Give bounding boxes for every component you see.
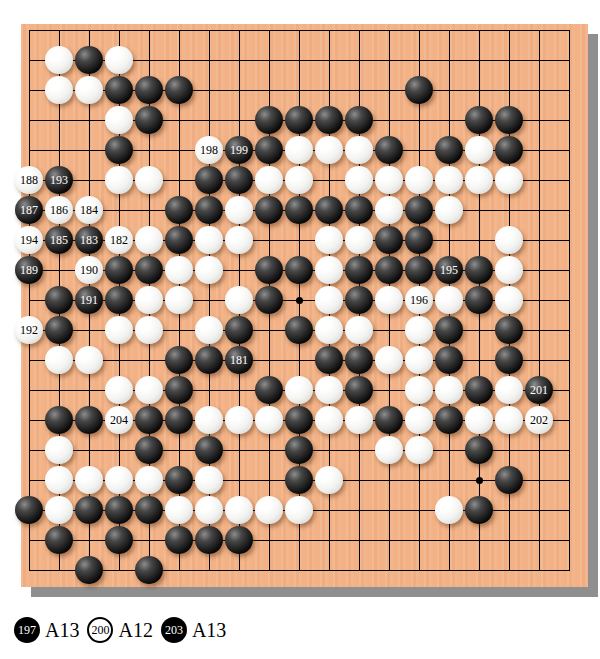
board-grid: 1981991881931871861841941851831821891901… <box>29 30 570 571</box>
stone-white <box>495 256 523 284</box>
stone-black <box>375 136 403 164</box>
stone-black <box>285 196 313 224</box>
move-caption: 197A13200A12203A13 <box>14 615 229 645</box>
stone-black <box>285 406 313 434</box>
caption-coordinate: A12 <box>118 619 155 642</box>
stone-black <box>135 436 163 464</box>
stone-white <box>375 346 403 374</box>
stone-black <box>315 106 343 134</box>
stone-black <box>165 76 193 104</box>
stone-black <box>345 256 373 284</box>
stone-black <box>465 286 493 314</box>
stone-white <box>45 436 73 464</box>
stone-white <box>495 286 523 314</box>
stone-white <box>405 406 433 434</box>
stone-white: 194 <box>15 226 43 254</box>
stone-black <box>285 466 313 494</box>
stone-white: 202 <box>525 406 553 434</box>
stone-black: 195 <box>435 256 463 284</box>
stone-black <box>165 196 193 224</box>
stone-white: 186 <box>45 196 73 224</box>
stone-white <box>165 256 193 284</box>
stone-black: 199 <box>225 136 253 164</box>
stone-black: 185 <box>45 226 73 254</box>
stone-white: 190 <box>75 256 103 284</box>
stone-white <box>165 496 193 524</box>
stone-white <box>315 316 343 344</box>
stone-white <box>195 226 223 254</box>
stone-black <box>405 226 433 254</box>
stone-white <box>495 166 523 194</box>
stone-black <box>375 256 403 284</box>
stone-white <box>105 466 133 494</box>
stone-white <box>195 256 223 284</box>
caption-stone-white-icon: 200 <box>87 617 113 643</box>
stone-white <box>345 136 373 164</box>
stone-black <box>465 106 493 134</box>
stone-black <box>165 346 193 374</box>
stone-black <box>255 136 283 164</box>
move-number: 194 <box>20 234 38 246</box>
caption-stone-black-icon: 197 <box>14 617 40 643</box>
stone-white <box>45 496 73 524</box>
stone-white <box>75 76 103 104</box>
stone-black <box>465 436 493 464</box>
stone-white <box>135 376 163 404</box>
stone-white <box>405 436 433 464</box>
stone-white: 182 <box>105 226 133 254</box>
stone-white <box>255 406 283 434</box>
stone-black <box>375 226 403 254</box>
stone-white <box>315 376 343 404</box>
stone-white <box>495 406 523 434</box>
move-number: 187 <box>20 204 38 216</box>
stone-black <box>405 76 433 104</box>
stone-white <box>135 226 163 254</box>
stone-white <box>195 406 223 434</box>
stone-black: 187 <box>15 196 43 224</box>
move-number: 198 <box>200 144 218 156</box>
stone-white <box>225 286 253 314</box>
stone-black <box>345 346 373 374</box>
stone-black <box>195 196 223 224</box>
move-number: 186 <box>50 204 68 216</box>
stone-white <box>135 466 163 494</box>
go-board[interactable]: 1981991881931871861841941851831821891901… <box>21 24 588 587</box>
stone-black: 191 <box>75 286 103 314</box>
stone-black <box>135 496 163 524</box>
stone-white <box>75 466 103 494</box>
stone-black <box>345 196 373 224</box>
stone-black <box>405 196 433 224</box>
stone-black <box>75 406 103 434</box>
stone-white: 204 <box>105 406 133 434</box>
stone-black <box>165 466 193 494</box>
stone-black <box>315 346 343 374</box>
stone-black <box>315 196 343 224</box>
stone-white <box>435 196 463 224</box>
stone-black <box>195 346 223 374</box>
move-number: 190 <box>80 264 98 276</box>
stone-white <box>105 376 133 404</box>
stone-black <box>225 526 253 554</box>
stone-white <box>225 196 253 224</box>
hoshi-point <box>296 297 303 304</box>
stone-black <box>345 106 373 134</box>
stone-black <box>105 496 133 524</box>
stone-black <box>225 316 253 344</box>
move-number: 191 <box>80 294 98 306</box>
caption-coordinate: A13 <box>45 619 82 642</box>
move-number: 184 <box>80 204 98 216</box>
stone-black <box>435 316 463 344</box>
stone-white <box>255 166 283 194</box>
stone-black <box>255 376 283 404</box>
stone-black: 189 <box>15 256 43 284</box>
stone-black <box>435 346 463 374</box>
stone-white: 188 <box>15 166 43 194</box>
stone-white: 198 <box>195 136 223 164</box>
move-number: 195 <box>440 264 458 276</box>
stone-black <box>495 466 523 494</box>
stone-white: 184 <box>75 196 103 224</box>
stone-white <box>405 376 433 404</box>
stone-white <box>345 406 373 434</box>
move-number: 204 <box>110 414 128 426</box>
stone-white <box>315 256 343 284</box>
stone-black <box>135 256 163 284</box>
stone-black <box>165 376 193 404</box>
stone-black <box>465 376 493 404</box>
stone-white <box>495 376 523 404</box>
move-number: 202 <box>530 414 548 426</box>
stone-black <box>45 286 73 314</box>
stone-black <box>135 106 163 134</box>
stone-white <box>75 346 103 374</box>
stone-black <box>75 46 103 74</box>
stone-white <box>465 136 493 164</box>
stone-black <box>105 256 133 284</box>
stone-black <box>225 166 253 194</box>
stone-black <box>255 196 283 224</box>
stone-black <box>255 106 283 134</box>
move-number: 192 <box>20 324 38 336</box>
stone-white <box>105 316 133 344</box>
move-number: 193 <box>50 174 68 186</box>
move-number: 182 <box>110 234 128 246</box>
stone-white <box>375 286 403 314</box>
stone-white <box>165 286 193 314</box>
stone-black <box>285 256 313 284</box>
caption-coordinate: A13 <box>192 619 229 642</box>
stone-white <box>135 166 163 194</box>
stone-black <box>135 406 163 434</box>
stone-black <box>15 496 43 524</box>
stone-black <box>165 526 193 554</box>
stone-black <box>75 496 103 524</box>
stone-white <box>345 316 373 344</box>
stone-white <box>225 406 253 434</box>
stone-black <box>465 496 493 524</box>
stone-black <box>195 436 223 464</box>
stone-white <box>345 166 373 194</box>
stone-black <box>105 136 133 164</box>
stone-white <box>225 226 253 254</box>
stone-black <box>75 556 103 584</box>
stone-black <box>135 556 163 584</box>
stone-black: 193 <box>45 166 73 194</box>
move-number: 181 <box>230 354 248 366</box>
move-number: 183 <box>80 234 98 246</box>
stone-white <box>285 166 313 194</box>
stone-black <box>495 316 523 344</box>
stone-black <box>165 226 193 254</box>
stone-white <box>135 286 163 314</box>
stone-white <box>45 466 73 494</box>
stone-white <box>495 226 523 254</box>
stone-white: 192 <box>15 316 43 344</box>
stone-white <box>435 166 463 194</box>
stone-black <box>45 406 73 434</box>
stone-black <box>465 256 493 284</box>
stone-white <box>315 136 343 164</box>
stone-black <box>105 76 133 104</box>
stone-black <box>495 346 523 374</box>
stone-white <box>315 466 343 494</box>
stone-black <box>405 256 433 284</box>
stone-black <box>45 526 73 554</box>
stone-black <box>285 436 313 464</box>
stone-white <box>285 376 313 404</box>
stone-white <box>45 346 73 374</box>
stone-black <box>105 286 133 314</box>
stone-black <box>375 406 403 434</box>
stone-white <box>105 106 133 134</box>
caption-stone-black-icon: 203 <box>161 617 187 643</box>
stone-white <box>315 406 343 434</box>
stone-white <box>105 166 133 194</box>
stone-white <box>375 166 403 194</box>
stone-white <box>435 496 463 524</box>
stone-white <box>375 196 403 224</box>
move-number: 196 <box>410 294 428 306</box>
stone-white <box>195 466 223 494</box>
move-number: 189 <box>20 264 38 276</box>
hoshi-point <box>476 477 483 484</box>
stone-black <box>135 76 163 104</box>
stone-white <box>315 226 343 254</box>
stone-black <box>495 106 523 134</box>
stone-white <box>435 376 463 404</box>
stone-black: 181 <box>225 346 253 374</box>
stone-white <box>375 436 403 464</box>
stone-black: 183 <box>75 226 103 254</box>
stone-white <box>195 496 223 524</box>
stone-black <box>255 256 283 284</box>
stone-black <box>165 406 193 434</box>
stone-white <box>285 496 313 524</box>
stone-white <box>45 46 73 74</box>
stone-white <box>435 286 463 314</box>
move-number: 185 <box>50 234 68 246</box>
stone-white <box>405 346 433 374</box>
stone-white <box>465 166 493 194</box>
stone-black <box>495 136 523 164</box>
stone-black <box>435 136 463 164</box>
stone-black <box>345 286 373 314</box>
stone-black <box>45 316 73 344</box>
stone-white <box>225 496 253 524</box>
stone-white <box>405 316 433 344</box>
stone-white <box>405 166 433 194</box>
stone-black <box>285 316 313 344</box>
stone-white <box>315 286 343 314</box>
stone-black: 201 <box>525 376 553 404</box>
stone-black <box>195 166 223 194</box>
move-number: 188 <box>20 174 38 186</box>
stone-white <box>465 406 493 434</box>
stone-black <box>435 406 463 434</box>
stone-black <box>105 526 133 554</box>
stone-white <box>105 46 133 74</box>
move-number: 201 <box>530 384 548 396</box>
stone-white <box>45 76 73 104</box>
stone-black <box>285 106 313 134</box>
stone-white <box>345 226 373 254</box>
stone-white <box>135 316 163 344</box>
stone-white <box>285 136 313 164</box>
stone-black <box>195 526 223 554</box>
stone-white: 196 <box>405 286 433 314</box>
stone-black <box>345 376 373 404</box>
move-number: 199 <box>230 144 248 156</box>
stone-black <box>255 286 283 314</box>
stone-white <box>195 316 223 344</box>
stone-white <box>255 496 283 524</box>
